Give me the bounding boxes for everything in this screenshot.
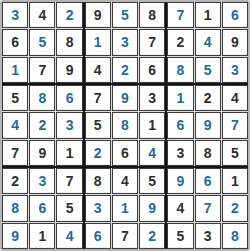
box-9: 961472538 (167, 168, 248, 249)
cell-r2c8[interactable]: 4 (195, 29, 221, 55)
cell-r4c6[interactable]: 3 (139, 85, 165, 111)
cell-r7c6[interactable]: 5 (139, 168, 165, 194)
cell-r8c7[interactable]: 4 (167, 195, 193, 221)
cell-r5c9[interactable]: 7 (222, 112, 248, 138)
cell-r5c3[interactable]: 3 (56, 112, 82, 138)
cell-r2c5[interactable]: 3 (112, 29, 138, 55)
cell-r3c2[interactable]: 7 (29, 57, 55, 83)
cell-r4c4[interactable]: 7 (85, 85, 111, 111)
cell-r6c7[interactable]: 3 (167, 140, 193, 166)
cell-r2c1[interactable]: 6 (2, 29, 28, 55)
cell-r7c2[interactable]: 3 (29, 168, 55, 194)
cell-r1c4[interactable]: 9 (85, 2, 111, 28)
cell-r6c4[interactable]: 2 (85, 140, 111, 166)
cell-r4c2[interactable]: 8 (29, 85, 55, 111)
box-4: 586423791 (2, 85, 83, 166)
cell-r9c5[interactable]: 7 (112, 223, 138, 249)
cell-r4c7[interactable]: 1 (167, 85, 193, 111)
cell-r9c7[interactable]: 5 (167, 223, 193, 249)
cell-r9c2[interactable]: 1 (29, 223, 55, 249)
cell-r5c7[interactable]: 6 (167, 112, 193, 138)
cell-r6c8[interactable]: 8 (195, 140, 221, 166)
cell-r8c1[interactable]: 8 (2, 195, 28, 221)
box-3: 716249853 (167, 2, 248, 83)
cell-r6c1[interactable]: 7 (2, 140, 28, 166)
cell-r9c6[interactable]: 2 (139, 223, 165, 249)
cell-r2c6[interactable]: 7 (139, 29, 165, 55)
box-2: 958137426 (85, 2, 166, 83)
cell-r8c9[interactable]: 2 (222, 195, 248, 221)
cell-r3c6[interactable]: 6 (139, 57, 165, 83)
cell-r3c1[interactable]: 1 (2, 57, 28, 83)
cell-r4c3[interactable]: 6 (56, 85, 82, 111)
cell-r9c4[interactable]: 6 (85, 223, 111, 249)
cell-r6c9[interactable]: 5 (222, 140, 248, 166)
cell-r1c1[interactable]: 3 (2, 2, 28, 28)
cell-r8c8[interactable]: 7 (195, 195, 221, 221)
cell-r2c4[interactable]: 1 (85, 29, 111, 55)
cell-r8c6[interactable]: 9 (139, 195, 165, 221)
box-6: 124697385 (167, 85, 248, 166)
cell-r5c1[interactable]: 4 (2, 112, 28, 138)
cell-r6c6[interactable]: 4 (139, 140, 165, 166)
cell-r8c2[interactable]: 6 (29, 195, 55, 221)
cell-r2c2[interactable]: 5 (29, 29, 55, 55)
cell-r1c7[interactable]: 7 (167, 2, 193, 28)
cell-r5c4[interactable]: 5 (85, 112, 111, 138)
cell-r7c1[interactable]: 2 (2, 168, 28, 194)
sudoku-board: 342658179 958137426 716249853 586423791 … (0, 0, 250, 251)
cell-r4c1[interactable]: 5 (2, 85, 28, 111)
cell-r9c8[interactable]: 3 (195, 223, 221, 249)
cell-r1c2[interactable]: 4 (29, 2, 55, 28)
cell-r4c8[interactable]: 2 (195, 85, 221, 111)
cell-r2c7[interactable]: 2 (167, 29, 193, 55)
cell-r3c4[interactable]: 4 (85, 57, 111, 83)
box-5: 793581264 (85, 85, 166, 166)
cell-r3c5[interactable]: 2 (112, 57, 138, 83)
cell-r7c8[interactable]: 6 (195, 168, 221, 194)
cell-r5c5[interactable]: 8 (112, 112, 138, 138)
cell-r6c2[interactable]: 9 (29, 140, 55, 166)
cell-r7c4[interactable]: 8 (85, 168, 111, 194)
cell-r3c7[interactable]: 8 (167, 57, 193, 83)
cell-r4c5[interactable]: 9 (112, 85, 138, 111)
box-8: 845319672 (85, 168, 166, 249)
cell-r7c5[interactable]: 4 (112, 168, 138, 194)
cell-r5c6[interactable]: 1 (139, 112, 165, 138)
cell-r6c5[interactable]: 6 (112, 140, 138, 166)
cell-r9c3[interactable]: 4 (56, 223, 82, 249)
cell-r1c9[interactable]: 6 (222, 2, 248, 28)
cell-r8c4[interactable]: 3 (85, 195, 111, 221)
cell-r6c3[interactable]: 1 (56, 140, 82, 166)
cell-r8c3[interactable]: 5 (56, 195, 82, 221)
cell-r9c1[interactable]: 9 (2, 223, 28, 249)
cell-r3c3[interactable]: 9 (56, 57, 82, 83)
box-7: 237865914 (2, 168, 83, 249)
cell-r8c5[interactable]: 1 (112, 195, 138, 221)
cell-r1c6[interactable]: 8 (139, 2, 165, 28)
cell-r5c2[interactable]: 2 (29, 112, 55, 138)
cell-r7c9[interactable]: 1 (222, 168, 248, 194)
cell-r1c8[interactable]: 1 (195, 2, 221, 28)
cell-r3c9[interactable]: 3 (222, 57, 248, 83)
cell-r7c7[interactable]: 9 (167, 168, 193, 194)
cell-r5c8[interactable]: 9 (195, 112, 221, 138)
cell-r2c9[interactable]: 9 (222, 29, 248, 55)
cell-r1c5[interactable]: 5 (112, 2, 138, 28)
cell-r2c3[interactable]: 8 (56, 29, 82, 55)
box-1: 342658179 (2, 2, 83, 83)
cell-r7c3[interactable]: 7 (56, 168, 82, 194)
cell-r1c3[interactable]: 2 (56, 2, 82, 28)
cell-r9c9[interactable]: 8 (222, 223, 248, 249)
cell-r4c9[interactable]: 4 (222, 85, 248, 111)
cell-r3c8[interactable]: 5 (195, 57, 221, 83)
